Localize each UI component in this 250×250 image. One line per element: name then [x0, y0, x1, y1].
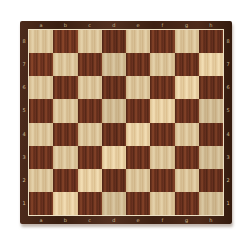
square-d6[interactable] — [102, 76, 126, 99]
file-label-f: f — [150, 216, 174, 224]
square-g2[interactable] — [175, 169, 199, 192]
board-squares-grid — [28, 29, 224, 216]
rank-label-5: 5 — [224, 99, 232, 122]
file-label-c: c — [78, 216, 102, 224]
square-e2[interactable] — [126, 169, 150, 192]
square-b2[interactable] — [53, 169, 77, 192]
file-labels-top: abcdefgh — [29, 21, 223, 29]
square-c2[interactable] — [78, 169, 102, 192]
file-label-g: g — [175, 21, 199, 29]
square-f6[interactable] — [150, 76, 174, 99]
file-label-a: a — [29, 21, 53, 29]
square-b3[interactable] — [53, 146, 77, 169]
file-label-f: f — [150, 21, 174, 29]
square-g8[interactable] — [175, 30, 199, 53]
square-f8[interactable] — [150, 30, 174, 53]
rank-label-2: 2 — [20, 169, 28, 192]
square-f4[interactable] — [150, 123, 174, 146]
square-e8[interactable] — [126, 30, 150, 53]
square-c4[interactable] — [78, 123, 102, 146]
rank-label-4: 4 — [224, 123, 232, 146]
square-h5[interactable] — [199, 99, 223, 122]
square-e7[interactable] — [126, 53, 150, 76]
square-g1[interactable] — [175, 192, 199, 215]
file-label-d: d — [102, 21, 126, 29]
square-d5[interactable] — [102, 99, 126, 122]
square-d2[interactable] — [102, 169, 126, 192]
file-label-c: c — [78, 21, 102, 29]
square-h8[interactable] — [199, 30, 223, 53]
square-a7[interactable] — [29, 53, 53, 76]
rank-label-6: 6 — [20, 76, 28, 99]
square-f7[interactable] — [150, 53, 174, 76]
square-g7[interactable] — [175, 53, 199, 76]
square-e3[interactable] — [126, 146, 150, 169]
square-f3[interactable] — [150, 146, 174, 169]
rank-label-3: 3 — [20, 146, 28, 169]
square-d8[interactable] — [102, 30, 126, 53]
square-a1[interactable] — [29, 192, 53, 215]
rank-label-2: 2 — [224, 169, 232, 192]
file-labels-bottom: abcdefgh — [29, 216, 223, 224]
square-a4[interactable] — [29, 123, 53, 146]
square-d4[interactable] — [102, 123, 126, 146]
square-b4[interactable] — [53, 123, 77, 146]
file-label-h: h — [199, 216, 223, 224]
square-g6[interactable] — [175, 76, 199, 99]
rank-label-3: 3 — [224, 146, 232, 169]
file-label-b: b — [53, 21, 77, 29]
rank-label-8: 8 — [20, 30, 28, 53]
file-label-g: g — [175, 216, 199, 224]
square-d7[interactable] — [102, 53, 126, 76]
square-h3[interactable] — [199, 146, 223, 169]
square-c8[interactable] — [78, 30, 102, 53]
square-c5[interactable] — [78, 99, 102, 122]
square-c6[interactable] — [78, 76, 102, 99]
square-f2[interactable] — [150, 169, 174, 192]
square-d3[interactable] — [102, 146, 126, 169]
square-a8[interactable] — [29, 30, 53, 53]
square-a2[interactable] — [29, 169, 53, 192]
rank-labels-left: 87654321 — [20, 30, 28, 215]
square-f1[interactable] — [150, 192, 174, 215]
rank-labels-right: 87654321 — [224, 30, 232, 215]
square-h1[interactable] — [199, 192, 223, 215]
rank-label-8: 8 — [224, 30, 232, 53]
rank-label-5: 5 — [20, 99, 28, 122]
file-label-a: a — [29, 216, 53, 224]
file-label-h: h — [199, 21, 223, 29]
square-b6[interactable] — [53, 76, 77, 99]
file-label-b: b — [53, 216, 77, 224]
square-g5[interactable] — [175, 99, 199, 122]
file-label-e: e — [126, 216, 150, 224]
square-c3[interactable] — [78, 146, 102, 169]
rank-label-6: 6 — [224, 76, 232, 99]
file-label-e: e — [126, 21, 150, 29]
square-e4[interactable] — [126, 123, 150, 146]
square-e1[interactable] — [126, 192, 150, 215]
square-g4[interactable] — [175, 123, 199, 146]
square-a5[interactable] — [29, 99, 53, 122]
square-h7[interactable] — [199, 53, 223, 76]
rank-label-1: 1 — [20, 192, 28, 215]
square-e6[interactable] — [126, 76, 150, 99]
rank-label-1: 1 — [224, 192, 232, 215]
square-c1[interactable] — [78, 192, 102, 215]
square-b7[interactable] — [53, 53, 77, 76]
square-h2[interactable] — [199, 169, 223, 192]
square-g3[interactable] — [175, 146, 199, 169]
square-a3[interactable] — [29, 146, 53, 169]
square-h4[interactable] — [199, 123, 223, 146]
rank-label-7: 7 — [224, 53, 232, 76]
square-f5[interactable] — [150, 99, 174, 122]
square-d1[interactable] — [102, 192, 126, 215]
square-c7[interactable] — [78, 53, 102, 76]
square-b5[interactable] — [53, 99, 77, 122]
rank-label-7: 7 — [20, 53, 28, 76]
square-a6[interactable] — [29, 76, 53, 99]
rank-label-4: 4 — [20, 123, 28, 146]
square-e5[interactable] — [126, 99, 150, 122]
chess-board: abcdefgh abcdefgh 87654321 87654321 — [20, 21, 232, 224]
square-b1[interactable] — [53, 192, 77, 215]
square-b8[interactable] — [53, 30, 77, 53]
square-h6[interactable] — [199, 76, 223, 99]
file-label-d: d — [102, 216, 126, 224]
